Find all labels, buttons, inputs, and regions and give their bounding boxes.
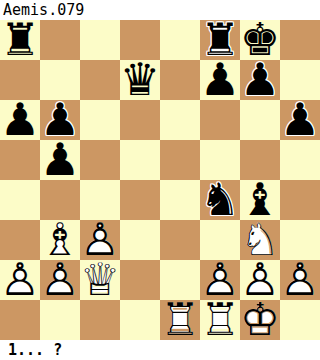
black-bishop: ♝ [240, 180, 280, 220]
square-d8[interactable] [120, 20, 160, 60]
white-pawn-body: ♟ [40, 260, 80, 300]
square-d7[interactable]: ♛ [120, 60, 160, 100]
square-h2[interactable]: ♟♙ [280, 260, 320, 300]
square-e2[interactable] [160, 260, 200, 300]
square-d2[interactable] [120, 260, 160, 300]
white-knight-body: ♞ [240, 220, 280, 260]
square-f1[interactable]: ♜♖ [200, 300, 240, 340]
white-rook-body: ♜ [160, 300, 200, 340]
white-pawn: ♙ [0, 260, 40, 300]
square-b4[interactable] [40, 180, 80, 220]
white-king: ♔ [240, 300, 280, 340]
puzzle-id: Aemis.079 [0, 0, 320, 20]
white-bishop: ♗ [40, 220, 80, 260]
square-f8[interactable]: ♜ [200, 20, 240, 60]
square-b5[interactable]: ♟ [40, 140, 80, 180]
move-prompt: 1... ? [0, 340, 320, 360]
square-b7[interactable] [40, 60, 80, 100]
black-rook: ♜ [0, 20, 40, 60]
square-c7[interactable] [80, 60, 120, 100]
square-h1[interactable] [280, 300, 320, 340]
white-pawn: ♙ [240, 260, 280, 300]
white-rook-body: ♜ [200, 300, 240, 340]
square-f6[interactable] [200, 100, 240, 140]
white-pawn: ♙ [40, 260, 80, 300]
black-knight: ♞ [200, 180, 240, 220]
square-f2[interactable]: ♟♙ [200, 260, 240, 300]
square-a8[interactable]: ♜ [0, 20, 40, 60]
square-b3[interactable]: ♝♗ [40, 220, 80, 260]
square-g6[interactable] [240, 100, 280, 140]
black-pawn: ♟ [200, 60, 240, 100]
square-c2[interactable]: ♛♕ [80, 260, 120, 300]
square-e8[interactable] [160, 20, 200, 60]
square-f4[interactable]: ♞ [200, 180, 240, 220]
square-g3[interactable]: ♞♘ [240, 220, 280, 260]
square-h7[interactable] [280, 60, 320, 100]
square-d5[interactable] [120, 140, 160, 180]
square-g2[interactable]: ♟♙ [240, 260, 280, 300]
square-e4[interactable] [160, 180, 200, 220]
square-e5[interactable] [160, 140, 200, 180]
square-h8[interactable] [280, 20, 320, 60]
square-h5[interactable] [280, 140, 320, 180]
square-a2[interactable]: ♟♙ [0, 260, 40, 300]
square-c4[interactable] [80, 180, 120, 220]
white-pawn-body: ♟ [0, 260, 40, 300]
black-rook: ♜ [200, 20, 240, 60]
white-pawn: ♙ [280, 260, 320, 300]
square-g4[interactable]: ♝ [240, 180, 280, 220]
white-pawn: ♙ [80, 220, 120, 260]
square-e1[interactable]: ♜♖ [160, 300, 200, 340]
white-rook: ♖ [160, 300, 200, 340]
square-b8[interactable] [40, 20, 80, 60]
square-a5[interactable] [0, 140, 40, 180]
square-f7[interactable]: ♟ [200, 60, 240, 100]
square-c6[interactable] [80, 100, 120, 140]
square-d3[interactable] [120, 220, 160, 260]
white-pawn-body: ♟ [80, 220, 120, 260]
square-b1[interactable] [40, 300, 80, 340]
white-pawn: ♙ [200, 260, 240, 300]
square-f5[interactable] [200, 140, 240, 180]
square-f3[interactable] [200, 220, 240, 260]
black-queen: ♛ [120, 60, 160, 100]
black-pawn: ♟ [40, 100, 80, 140]
white-pawn-body: ♟ [240, 260, 280, 300]
black-pawn: ♟ [280, 100, 320, 140]
square-d1[interactable] [120, 300, 160, 340]
square-h6[interactable]: ♟ [280, 100, 320, 140]
square-e3[interactable] [160, 220, 200, 260]
square-a3[interactable] [0, 220, 40, 260]
square-e7[interactable] [160, 60, 200, 100]
square-c8[interactable] [80, 20, 120, 60]
square-c3[interactable]: ♟♙ [80, 220, 120, 260]
white-pawn-body: ♟ [200, 260, 240, 300]
black-king: ♚ [240, 20, 280, 60]
square-c5[interactable] [80, 140, 120, 180]
white-pawn-body: ♟ [280, 260, 320, 300]
square-g1[interactable]: ♚♔ [240, 300, 280, 340]
square-h4[interactable] [280, 180, 320, 220]
square-d6[interactable] [120, 100, 160, 140]
square-g7[interactable]: ♟ [240, 60, 280, 100]
white-queen: ♕ [80, 260, 120, 300]
square-g5[interactable] [240, 140, 280, 180]
white-queen-body: ♛ [80, 260, 120, 300]
square-a1[interactable] [0, 300, 40, 340]
square-c1[interactable] [80, 300, 120, 340]
square-d4[interactable] [120, 180, 160, 220]
chess-board: ♜♜♚♛♟♟♟♟♟♟♞♝♝♗♟♙♞♘♟♙♟♙♛♕♟♙♟♙♟♙♜♖♜♖♚♔ [0, 20, 320, 340]
square-h3[interactable] [280, 220, 320, 260]
square-a6[interactable]: ♟ [0, 100, 40, 140]
square-b2[interactable]: ♟♙ [40, 260, 80, 300]
black-pawn: ♟ [40, 140, 80, 180]
square-a4[interactable] [0, 180, 40, 220]
white-bishop-body: ♝ [40, 220, 80, 260]
black-pawn: ♟ [240, 60, 280, 100]
square-e6[interactable] [160, 100, 200, 140]
white-rook: ♖ [200, 300, 240, 340]
white-king-body: ♚ [240, 300, 280, 340]
square-a7[interactable] [0, 60, 40, 100]
black-pawn: ♟ [0, 100, 40, 140]
square-g8[interactable]: ♚ [240, 20, 280, 60]
white-knight: ♘ [240, 220, 280, 260]
square-b6[interactable]: ♟ [40, 100, 80, 140]
